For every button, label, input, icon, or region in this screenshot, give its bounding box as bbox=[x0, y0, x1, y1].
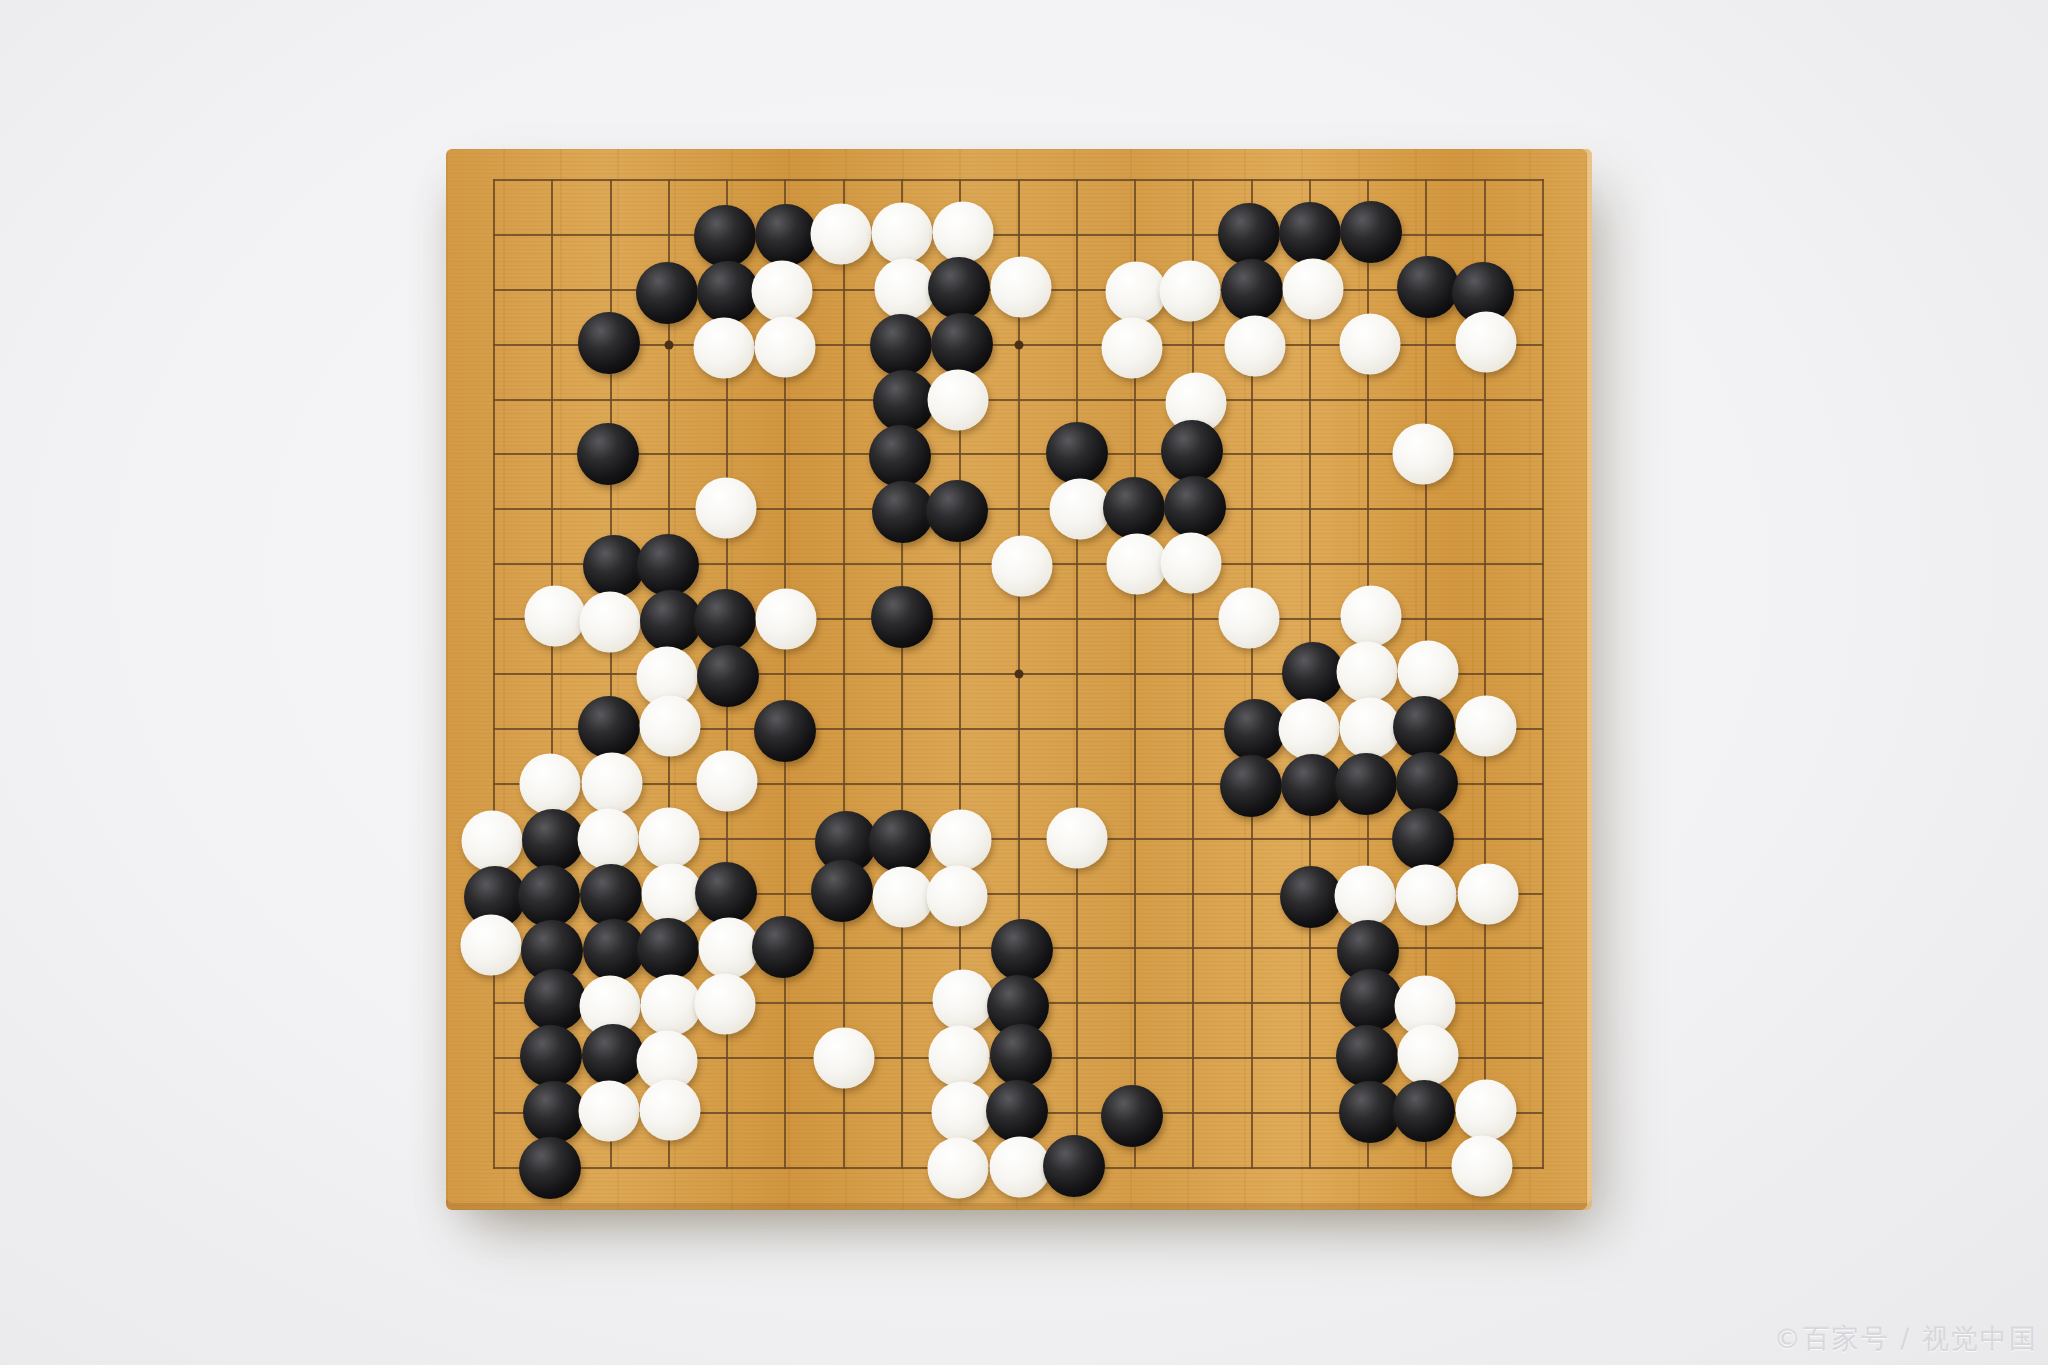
stone-white: ● bbox=[1457, 863, 1518, 924]
stone-white: ● bbox=[1393, 424, 1454, 485]
stone-white: ● bbox=[461, 915, 522, 976]
stone-black: ● bbox=[754, 700, 816, 762]
stone-white: ● bbox=[1455, 695, 1516, 756]
photo-background: ●●●●●●●●●●●●●●●●●●●●●●●●●●●●●●●●●●●●●●●●… bbox=[0, 0, 2048, 1365]
stone-black: ● bbox=[519, 1137, 581, 1199]
stone-black: ● bbox=[1339, 1081, 1401, 1143]
grid-line-vertical bbox=[1192, 179, 1194, 1169]
stone-white: ● bbox=[928, 369, 989, 430]
stone-white: ● bbox=[1218, 588, 1279, 649]
grid-line-vertical bbox=[1076, 179, 1078, 1169]
stone-black: ● bbox=[1281, 754, 1343, 816]
stone-black: ● bbox=[811, 860, 873, 922]
stone-black: ● bbox=[752, 916, 814, 978]
stone-black: ● bbox=[1335, 753, 1397, 815]
stone-white: ● bbox=[756, 589, 817, 650]
stone-white: ● bbox=[1160, 260, 1221, 321]
stone-white: ● bbox=[927, 865, 988, 926]
stone-white: ● bbox=[1224, 315, 1285, 376]
stone-white: ● bbox=[990, 256, 1051, 317]
stone-black: ● bbox=[1340, 201, 1402, 263]
star-point bbox=[1014, 340, 1023, 349]
stone-white: ● bbox=[1282, 258, 1343, 319]
stone-black: ● bbox=[1220, 755, 1282, 817]
stone-white: ● bbox=[755, 316, 816, 377]
stone-white: ● bbox=[989, 1137, 1050, 1198]
stone-white: ● bbox=[813, 1028, 874, 1089]
grid-line-vertical bbox=[1542, 179, 1544, 1169]
board-grid: ●●●●●●●●●●●●●●●●●●●●●●●●●●●●●●●●●●●●●●●●… bbox=[446, 149, 1592, 1210]
stone-white: ● bbox=[1102, 317, 1163, 378]
stone-black: ● bbox=[1043, 1135, 1105, 1197]
stone-white: ● bbox=[872, 866, 933, 927]
go-board: ●●●●●●●●●●●●●●●●●●●●●●●●●●●●●●●●●●●●●●●●… bbox=[446, 149, 1592, 1210]
star-point bbox=[1014, 670, 1023, 679]
stone-black: ● bbox=[872, 481, 934, 543]
stone-white: ● bbox=[695, 974, 756, 1035]
stone-white: ● bbox=[1396, 864, 1457, 925]
stone-white: ● bbox=[639, 695, 700, 756]
stone-white: ● bbox=[991, 536, 1052, 597]
stone-black: ● bbox=[1280, 866, 1342, 928]
stone-white: ● bbox=[1340, 313, 1401, 374]
stone-black: ● bbox=[926, 480, 988, 542]
stone-white: ● bbox=[639, 1080, 700, 1141]
stone-black: ● bbox=[636, 262, 698, 324]
stone-white: ● bbox=[810, 203, 871, 264]
stone-black: ● bbox=[1397, 256, 1459, 318]
stone-white: ● bbox=[525, 586, 586, 647]
stone-black: ● bbox=[578, 312, 640, 374]
stone-white: ● bbox=[928, 1138, 989, 1199]
stone-white: ● bbox=[1107, 534, 1168, 595]
watermark-text: ©百家号 / 视觉中国 bbox=[1774, 1321, 2038, 1357]
stone-white: ● bbox=[578, 1081, 639, 1142]
stone-white: ● bbox=[1046, 807, 1107, 868]
stone-black: ● bbox=[577, 423, 639, 485]
star-point bbox=[664, 340, 673, 349]
stone-white: ● bbox=[1161, 533, 1222, 594]
stone-white: ● bbox=[1455, 311, 1516, 372]
stone-white: ● bbox=[696, 478, 757, 539]
stone-white: ● bbox=[579, 592, 640, 653]
stone-black: ● bbox=[1393, 1080, 1455, 1142]
stone-white: ● bbox=[1049, 479, 1110, 540]
stone-white: ● bbox=[1451, 1136, 1512, 1197]
stone-black: ● bbox=[697, 645, 759, 707]
stone-black: ● bbox=[1101, 1085, 1163, 1147]
stone-black: ● bbox=[871, 586, 933, 648]
stone-white: ● bbox=[694, 317, 755, 378]
stone-white: ● bbox=[697, 750, 758, 811]
